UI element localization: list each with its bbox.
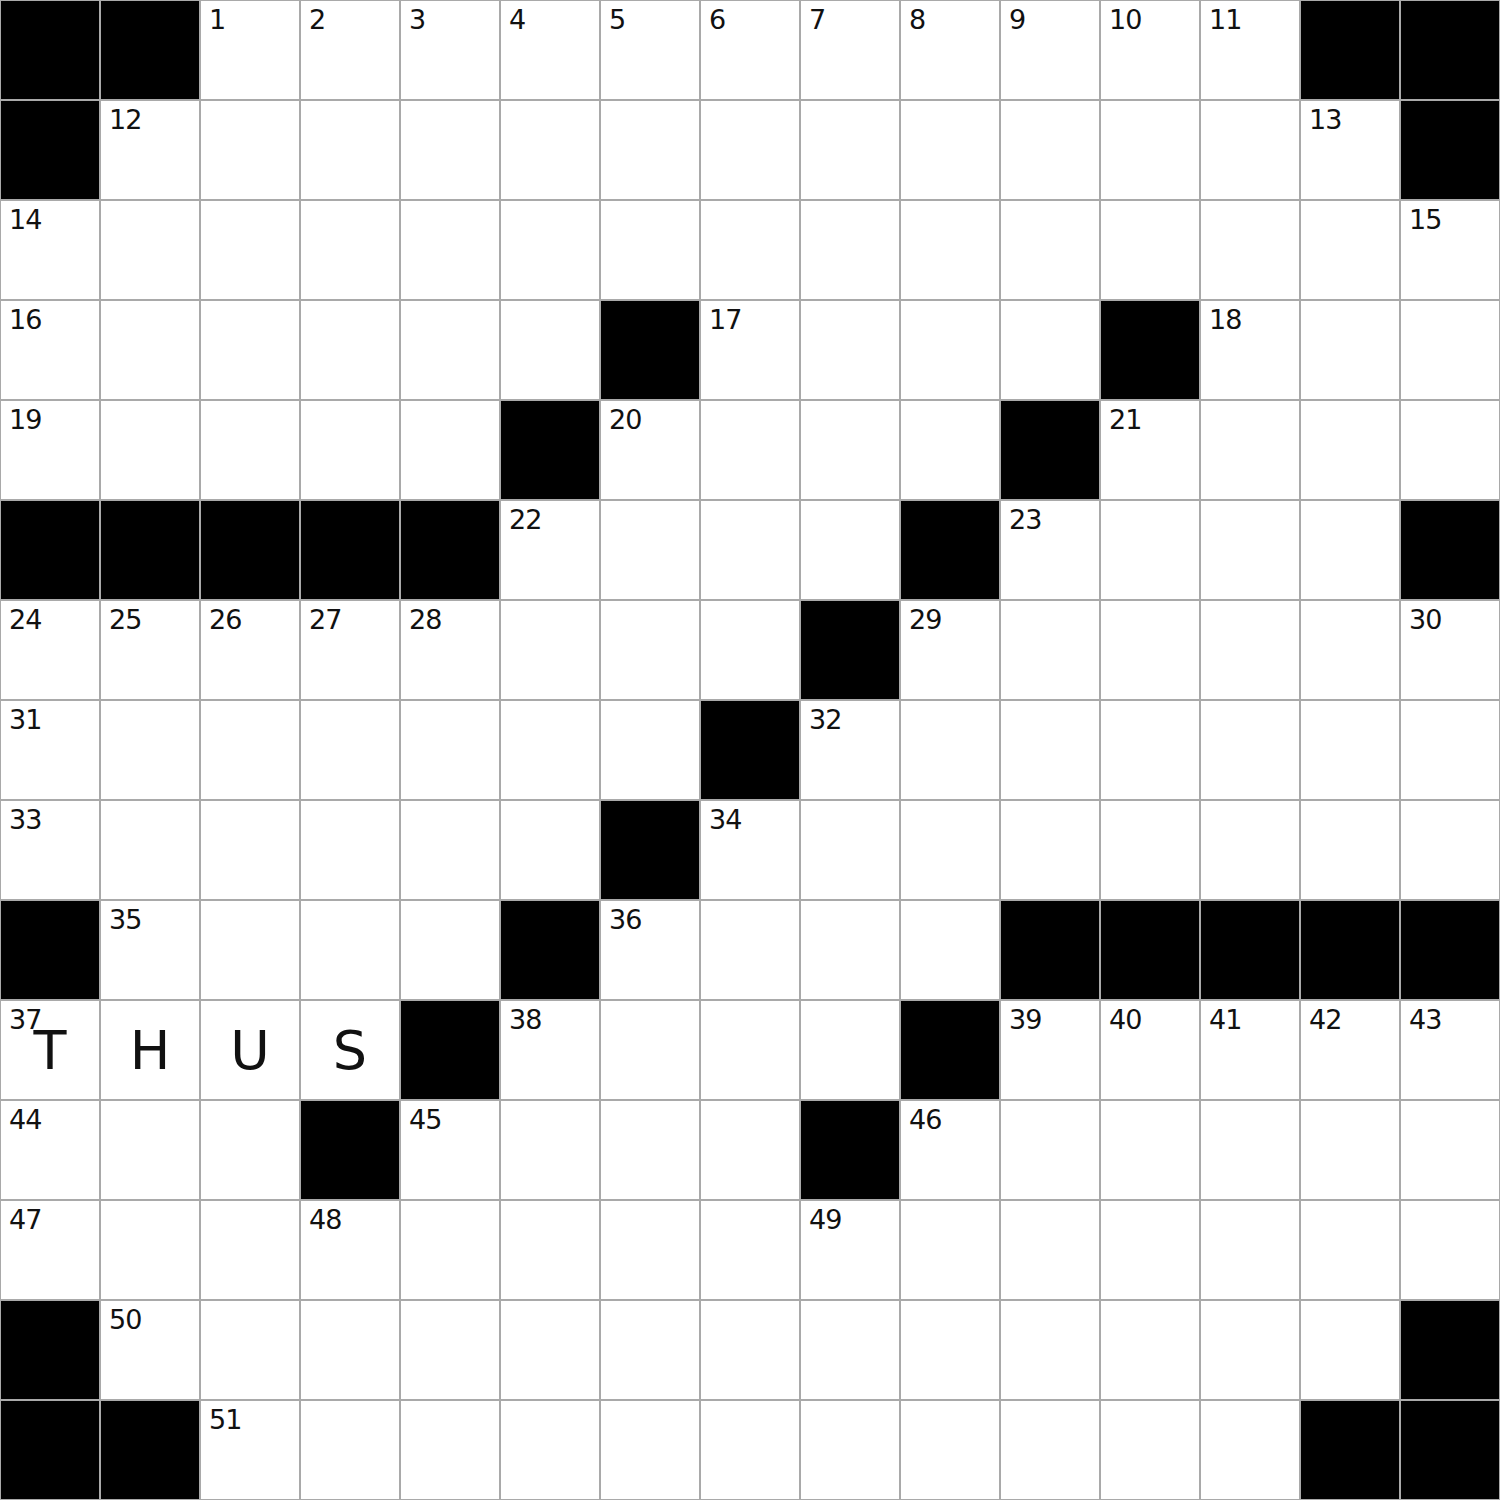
grid-cell[interactable]: [1201, 1301, 1299, 1399]
clue-number: 9: [1009, 4, 1025, 35]
grid-cell[interactable]: 34: [701, 801, 799, 899]
grid-cell[interactable]: [1301, 1301, 1399, 1399]
grid-cell[interactable]: 40: [1101, 1001, 1199, 1099]
grid-cell[interactable]: [1401, 701, 1499, 799]
grid-cell[interactable]: [1201, 1201, 1299, 1299]
black-cell: [101, 501, 199, 599]
grid-cell[interactable]: [201, 701, 299, 799]
black-cell: [1, 101, 99, 199]
grid-cell[interactable]: [701, 1001, 799, 1099]
grid-cell[interactable]: [601, 1301, 699, 1399]
clue-number: 49: [809, 1204, 841, 1235]
black-cell: [501, 401, 599, 499]
black-cell: [101, 1401, 199, 1499]
grid-cell[interactable]: [701, 1101, 799, 1199]
clue-number: 5: [609, 4, 625, 35]
grid-cell[interactable]: [1201, 701, 1299, 799]
grid-cell[interactable]: [1201, 1401, 1299, 1499]
grid-cell[interactable]: [1301, 701, 1399, 799]
grid-cell[interactable]: [1001, 1401, 1099, 1499]
grid-cell[interactable]: 15: [1401, 201, 1499, 299]
clue-number: 27: [309, 604, 341, 635]
grid-cell[interactable]: [101, 201, 199, 299]
grid-cell[interactable]: 38: [501, 1001, 599, 1099]
grid-cell[interactable]: 6: [701, 1, 799, 99]
cell-letter: T: [1, 1001, 99, 1099]
grid-cell[interactable]: [901, 201, 999, 299]
grid-cell[interactable]: [801, 201, 899, 299]
black-cell: [1, 1401, 99, 1499]
grid-cell[interactable]: [1201, 101, 1299, 199]
cell-letter: U: [201, 1001, 299, 1099]
grid-cell[interactable]: [1201, 1101, 1299, 1199]
grid-cell[interactable]: [1001, 601, 1099, 699]
clue-number: 35: [109, 904, 141, 935]
grid-cell[interactable]: [601, 601, 699, 699]
clue-number: 25: [109, 604, 141, 635]
grid-cell[interactable]: [601, 1401, 699, 1499]
grid-cell[interactable]: [1001, 701, 1099, 799]
grid-cell[interactable]: [501, 601, 599, 699]
grid-cell[interactable]: [1401, 1201, 1499, 1299]
grid-cell[interactable]: [1301, 801, 1399, 899]
black-cell: [1101, 301, 1199, 399]
grid-cell[interactable]: [401, 401, 499, 499]
grid-cell[interactable]: [601, 101, 699, 199]
grid-cell[interactable]: [101, 801, 199, 899]
grid-cell[interactable]: 36: [601, 901, 699, 999]
grid-cell[interactable]: [1001, 1201, 1099, 1299]
black-cell: [701, 701, 799, 799]
grid-cell[interactable]: [801, 1301, 899, 1399]
grid-cell[interactable]: 30: [1401, 601, 1499, 699]
grid-cell[interactable]: [601, 201, 699, 299]
grid-cell[interactable]: [901, 101, 999, 199]
grid-cell[interactable]: [901, 701, 999, 799]
grid-cell[interactable]: [1201, 501, 1299, 599]
grid-cell[interactable]: 26: [201, 601, 299, 699]
grid-cell[interactable]: [601, 1101, 699, 1199]
grid-cell[interactable]: 37T: [1, 1001, 99, 1099]
clue-number: 33: [9, 804, 41, 835]
grid-cell[interactable]: [301, 1301, 399, 1399]
grid-cell[interactable]: [1201, 401, 1299, 499]
clue-number: 44: [9, 1104, 41, 1135]
grid-cell[interactable]: [1301, 301, 1399, 399]
clue-number: 13: [1309, 104, 1341, 135]
black-cell: [1301, 1401, 1399, 1499]
grid-cell[interactable]: [901, 401, 999, 499]
grid-cell[interactable]: 9: [1001, 1, 1099, 99]
grid-cell[interactable]: 14: [1, 201, 99, 299]
clue-number: 29: [909, 604, 941, 635]
grid-cell[interactable]: [1001, 1301, 1099, 1399]
grid-cell[interactable]: [301, 801, 399, 899]
clue-number: 21: [1109, 404, 1141, 435]
grid-cell[interactable]: [401, 101, 499, 199]
clue-number: 23: [1009, 504, 1041, 535]
grid-cell[interactable]: 11: [1201, 1, 1299, 99]
grid-cell[interactable]: [201, 901, 299, 999]
grid-cell[interactable]: [701, 1201, 799, 1299]
clue-number: 28: [409, 604, 441, 635]
black-cell: [1, 501, 99, 599]
black-cell: [801, 601, 899, 699]
grid-cell[interactable]: [101, 1101, 199, 1199]
grid-cell[interactable]: [1101, 601, 1199, 699]
black-cell: [1, 901, 99, 999]
grid-cell[interactable]: [1401, 1101, 1499, 1199]
grid-cell[interactable]: 18: [1201, 301, 1299, 399]
grid-cell[interactable]: [501, 101, 599, 199]
clue-number: 48: [309, 1204, 341, 1235]
grid-cell[interactable]: [1001, 1101, 1099, 1199]
grid-cell[interactable]: 19: [1, 401, 99, 499]
grid-cell[interactable]: 8: [901, 1, 999, 99]
clue-number: 15: [1409, 204, 1441, 235]
grid-cell[interactable]: [601, 1201, 699, 1299]
clue-number: 11: [1209, 4, 1241, 35]
grid-cell[interactable]: [1101, 701, 1199, 799]
cell-letter: H: [101, 1001, 199, 1099]
clue-number: 31: [9, 704, 41, 735]
grid-cell[interactable]: [101, 401, 199, 499]
grid-cell[interactable]: [401, 1201, 499, 1299]
grid-cell[interactable]: [1001, 301, 1099, 399]
clue-number: 8: [909, 4, 925, 35]
grid-cell[interactable]: S: [301, 1001, 399, 1099]
grid-cell[interactable]: [501, 801, 599, 899]
grid-cell[interactable]: 32: [801, 701, 899, 799]
grid-cell[interactable]: 7: [801, 1, 899, 99]
grid-cell[interactable]: [401, 201, 499, 299]
grid-cell[interactable]: [901, 301, 999, 399]
grid-cell[interactable]: 17: [701, 301, 799, 399]
grid-cell[interactable]: [1301, 1101, 1399, 1199]
clue-number: 26: [209, 604, 241, 635]
grid-cell[interactable]: 29: [901, 601, 999, 699]
clue-number: 22: [509, 504, 541, 535]
black-cell: [601, 801, 699, 899]
grid-cell[interactable]: [801, 401, 899, 499]
grid-cell[interactable]: 35: [101, 901, 199, 999]
black-cell: [1001, 401, 1099, 499]
grid-cell[interactable]: 22: [501, 501, 599, 599]
clue-number: 41: [1209, 1004, 1241, 1035]
grid-cell[interactable]: 12: [101, 101, 199, 199]
grid-cell[interactable]: [601, 701, 699, 799]
clue-number: 30: [1409, 604, 1441, 635]
grid-cell[interactable]: 4: [501, 1, 599, 99]
grid-cell[interactable]: [201, 1301, 299, 1399]
grid-cell[interactable]: 5: [601, 1, 699, 99]
grid-cell[interactable]: [301, 901, 399, 999]
black-cell: [1401, 1301, 1499, 1399]
grid-cell[interactable]: [401, 1401, 499, 1499]
clue-number: 16: [9, 304, 41, 335]
grid-cell[interactable]: 2: [301, 1, 399, 99]
clue-number: 24: [9, 604, 41, 635]
grid-cell[interactable]: 28: [401, 601, 499, 699]
black-cell: [1001, 901, 1099, 999]
clue-number: 45: [409, 1104, 441, 1135]
black-cell: [1201, 901, 1299, 999]
grid-cell[interactable]: [301, 401, 399, 499]
black-cell: [1301, 901, 1399, 999]
clue-number: 39: [1009, 1004, 1041, 1035]
clue-number: 3: [409, 4, 425, 35]
clue-number: 40: [1109, 1004, 1141, 1035]
grid-cell[interactable]: 51: [201, 1401, 299, 1499]
grid-cell[interactable]: [201, 1101, 299, 1199]
grid-cell[interactable]: [701, 1301, 799, 1399]
grid-cell[interactable]: 48: [301, 1201, 399, 1299]
grid-cell[interactable]: [701, 401, 799, 499]
grid-cell[interactable]: [401, 701, 499, 799]
grid-cell[interactable]: 27: [301, 601, 399, 699]
black-cell: [301, 501, 399, 599]
grid-cell[interactable]: [501, 1201, 599, 1299]
grid-cell[interactable]: [201, 801, 299, 899]
grid-cell[interactable]: [201, 301, 299, 399]
clue-number: 47: [9, 1204, 41, 1235]
grid-cell[interactable]: [1401, 301, 1499, 399]
grid-cell[interactable]: 33: [1, 801, 99, 899]
cell-letter: S: [301, 1001, 399, 1099]
grid-cell[interactable]: [601, 1001, 699, 1099]
grid-cell[interactable]: [701, 201, 799, 299]
black-cell: [901, 501, 999, 599]
grid-cell[interactable]: 20: [601, 401, 699, 499]
grid-cell[interactable]: [1101, 101, 1199, 199]
grid-cell[interactable]: [401, 801, 499, 899]
black-cell: [601, 301, 699, 399]
grid-cell[interactable]: [901, 1301, 999, 1399]
black-cell: [1401, 101, 1499, 199]
grid-cell[interactable]: [301, 201, 399, 299]
grid-cell[interactable]: [1001, 201, 1099, 299]
grid-cell[interactable]: [201, 101, 299, 199]
black-cell: [501, 901, 599, 999]
grid-cell[interactable]: [401, 301, 499, 399]
grid-cell[interactable]: 44: [1, 1101, 99, 1199]
grid-cell[interactable]: [801, 301, 899, 399]
grid-cell[interactable]: 16: [1, 301, 99, 399]
grid-cell[interactable]: [101, 301, 199, 399]
grid-cell[interactable]: [901, 1201, 999, 1299]
clue-number: 12: [109, 104, 141, 135]
grid-cell[interactable]: [901, 901, 999, 999]
grid-cell[interactable]: 3: [401, 1, 499, 99]
grid-cell[interactable]: [1101, 501, 1199, 599]
grid-cell[interactable]: [501, 701, 599, 799]
grid-cell[interactable]: U: [201, 1001, 299, 1099]
clue-number: 14: [9, 204, 41, 235]
grid-cell[interactable]: [801, 1001, 899, 1099]
black-cell: [401, 1001, 499, 1099]
black-cell: [401, 501, 499, 599]
grid-cell[interactable]: [101, 1201, 199, 1299]
grid-cell[interactable]: 49: [801, 1201, 899, 1299]
grid-cell[interactable]: [1301, 1201, 1399, 1299]
grid-cell[interactable]: [201, 401, 299, 499]
grid-cell[interactable]: [601, 501, 699, 599]
clue-number: 34: [709, 804, 741, 835]
grid-cell[interactable]: 24: [1, 601, 99, 699]
black-cell: [1, 1, 99, 99]
grid-cell[interactable]: [1001, 801, 1099, 899]
grid-cell[interactable]: 47: [1, 1201, 99, 1299]
grid-cell[interactable]: H: [101, 1001, 199, 1099]
black-cell: [301, 1101, 399, 1199]
grid-cell[interactable]: [301, 101, 399, 199]
grid-cell[interactable]: [1101, 1101, 1199, 1199]
grid-cell[interactable]: [201, 1201, 299, 1299]
grid-cell[interactable]: [701, 601, 799, 699]
grid-cell[interactable]: 46: [901, 1101, 999, 1199]
grid-cell[interactable]: [501, 301, 599, 399]
grid-cell[interactable]: [701, 1401, 799, 1499]
grid-cell[interactable]: [301, 1401, 399, 1499]
grid-cell[interactable]: [901, 801, 999, 899]
grid-cell[interactable]: 13: [1301, 101, 1399, 199]
clue-number: 20: [609, 404, 641, 435]
grid-cell[interactable]: [1101, 1201, 1199, 1299]
grid-cell[interactable]: [701, 101, 799, 199]
grid-cell[interactable]: [401, 901, 499, 999]
grid-cell[interactable]: [1301, 201, 1399, 299]
clue-number: 32: [809, 704, 841, 735]
grid-cell[interactable]: 39: [1001, 1001, 1099, 1099]
clue-number: 46: [909, 1104, 941, 1135]
grid-cell[interactable]: [501, 201, 599, 299]
black-cell: [801, 1101, 899, 1199]
grid-cell[interactable]: [1101, 801, 1199, 899]
black-cell: [1401, 901, 1499, 999]
grid-cell[interactable]: 31: [1, 701, 99, 799]
black-cell: [101, 1, 199, 99]
grid-cell[interactable]: [1101, 1301, 1199, 1399]
grid-cell[interactable]: 42: [1301, 1001, 1399, 1099]
black-cell: [1401, 1401, 1499, 1499]
grid-cell[interactable]: [1301, 401, 1399, 499]
clue-number: 38: [509, 1004, 541, 1035]
grid-cell[interactable]: 1: [201, 1, 299, 99]
clue-number: 50: [109, 1304, 141, 1335]
black-cell: [201, 501, 299, 599]
grid-cell[interactable]: [101, 701, 199, 799]
grid-cell[interactable]: [1201, 601, 1299, 699]
crossword-grid: 1234567891011121314151617181920212223242…: [0, 0, 1500, 1500]
black-cell: [901, 1001, 999, 1099]
grid-cell[interactable]: 41: [1201, 1001, 1299, 1099]
grid-cell[interactable]: [1401, 801, 1499, 899]
clue-number: 17: [709, 304, 741, 335]
black-cell: [1401, 501, 1499, 599]
clue-number: 36: [609, 904, 641, 935]
clue-number: 18: [1209, 304, 1241, 335]
grid-cell[interactable]: [1201, 201, 1299, 299]
grid-cell[interactable]: [801, 801, 899, 899]
grid-cell[interactable]: [801, 501, 899, 599]
grid-cell[interactable]: [1001, 101, 1099, 199]
grid-cell[interactable]: [301, 701, 399, 799]
grid-cell[interactable]: [501, 1301, 599, 1399]
black-cell: [1301, 1, 1399, 99]
grid-cell[interactable]: [701, 901, 799, 999]
grid-cell[interactable]: 45: [401, 1101, 499, 1199]
grid-cell[interactable]: [901, 1401, 999, 1499]
grid-cell[interactable]: [801, 101, 899, 199]
clue-number: 7: [809, 4, 825, 35]
grid-cell[interactable]: [1301, 501, 1399, 599]
clue-number: 51: [209, 1404, 241, 1435]
grid-cell[interactable]: [1201, 801, 1299, 899]
grid-cell[interactable]: 43: [1401, 1001, 1499, 1099]
black-cell: [1401, 1, 1499, 99]
grid-cell[interactable]: [1101, 1401, 1199, 1499]
grid-cell[interactable]: [701, 501, 799, 599]
clue-number: 1: [209, 4, 225, 35]
grid-cell[interactable]: 50: [101, 1301, 199, 1399]
grid-cell[interactable]: [801, 1401, 899, 1499]
clue-number: 10: [1109, 4, 1141, 35]
black-cell: [1101, 901, 1199, 999]
grid-cell[interactable]: [1401, 401, 1499, 499]
clue-number: 6: [709, 4, 725, 35]
grid-cell[interactable]: [1101, 201, 1199, 299]
grid-cell[interactable]: [501, 1401, 599, 1499]
clue-number: 19: [9, 404, 41, 435]
grid-cell[interactable]: [1301, 601, 1399, 699]
grid-cell[interactable]: 10: [1101, 1, 1199, 99]
clue-number: 2: [309, 4, 325, 35]
grid-cell[interactable]: 23: [1001, 501, 1099, 599]
clue-number: 43: [1409, 1004, 1441, 1035]
grid-cell[interactable]: 25: [101, 601, 199, 699]
grid-cell[interactable]: [501, 1101, 599, 1199]
grid-cell[interactable]: [201, 201, 299, 299]
clue-number: 4: [509, 4, 525, 35]
grid-cell[interactable]: [301, 301, 399, 399]
grid-cell[interactable]: 21: [1101, 401, 1199, 499]
black-cell: [1, 1301, 99, 1399]
grid-cell[interactable]: [801, 901, 899, 999]
clue-number: 42: [1309, 1004, 1341, 1035]
grid-cell[interactable]: [401, 1301, 499, 1399]
